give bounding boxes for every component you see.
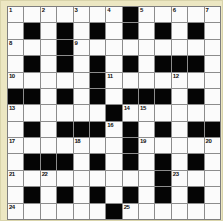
white-cell[interactable] bbox=[205, 105, 220, 120]
white-cell[interactable]: 18 bbox=[74, 138, 89, 153]
white-cell[interactable] bbox=[8, 56, 23, 71]
black-cell bbox=[188, 89, 203, 104]
white-cell[interactable]: 7 bbox=[205, 7, 220, 22]
black-cell bbox=[155, 23, 170, 38]
white-cell[interactable] bbox=[74, 89, 89, 104]
white-cell[interactable] bbox=[41, 40, 56, 55]
white-cell[interactable] bbox=[106, 138, 121, 153]
white-cell[interactable] bbox=[205, 23, 220, 38]
black-cell bbox=[205, 122, 220, 137]
clue-number: 4 bbox=[107, 7, 110, 14]
white-cell[interactable] bbox=[188, 204, 203, 219]
white-cell[interactable] bbox=[24, 105, 39, 120]
white-cell[interactable] bbox=[172, 23, 187, 38]
clue-number: 15 bbox=[140, 105, 146, 112]
clue-number: 22 bbox=[42, 171, 48, 178]
white-cell[interactable] bbox=[139, 187, 154, 202]
white-cell[interactable] bbox=[205, 40, 220, 55]
white-cell[interactable] bbox=[172, 187, 187, 202]
white-cell[interactable]: 25 bbox=[123, 204, 138, 219]
white-cell[interactable] bbox=[90, 138, 105, 153]
white-cell[interactable] bbox=[24, 73, 39, 88]
black-cell bbox=[41, 154, 56, 169]
clue-number: 17 bbox=[9, 138, 15, 145]
white-cell[interactable] bbox=[172, 89, 187, 104]
white-cell[interactable] bbox=[155, 105, 170, 120]
white-cell[interactable] bbox=[188, 105, 203, 120]
white-cell[interactable] bbox=[188, 40, 203, 55]
black-cell bbox=[123, 154, 138, 169]
white-cell[interactable] bbox=[172, 40, 187, 55]
white-cell[interactable] bbox=[205, 154, 220, 169]
black-cell bbox=[57, 89, 72, 104]
black-cell bbox=[90, 23, 105, 38]
black-cell bbox=[188, 23, 203, 38]
crossword-board: 1234567891011121314151617181920212223242… bbox=[7, 6, 221, 220]
white-cell[interactable] bbox=[24, 204, 39, 219]
clue-number: 24 bbox=[9, 204, 15, 211]
black-cell bbox=[74, 122, 89, 137]
black-cell bbox=[123, 187, 138, 202]
black-cell bbox=[139, 89, 154, 104]
white-cell[interactable]: 22 bbox=[41, 171, 56, 186]
white-cell[interactable] bbox=[41, 105, 56, 120]
white-cell[interactable]: 24 bbox=[8, 204, 23, 219]
white-cell[interactable]: 20 bbox=[205, 138, 220, 153]
white-cell[interactable] bbox=[172, 204, 187, 219]
white-cell[interactable]: 4 bbox=[106, 7, 121, 22]
white-cell[interactable] bbox=[123, 73, 138, 88]
white-cell[interactable] bbox=[24, 171, 39, 186]
clue-number: 5 bbox=[140, 7, 143, 14]
white-cell[interactable] bbox=[205, 56, 220, 71]
black-cell bbox=[123, 56, 138, 71]
white-cell[interactable] bbox=[74, 105, 89, 120]
white-cell[interactable] bbox=[155, 40, 170, 55]
white-cell[interactable] bbox=[188, 73, 203, 88]
white-cell[interactable] bbox=[205, 171, 220, 186]
white-cell[interactable] bbox=[106, 23, 121, 38]
white-cell[interactable] bbox=[172, 154, 187, 169]
clue-number: 25 bbox=[124, 204, 130, 211]
black-cell bbox=[123, 122, 138, 137]
white-cell[interactable] bbox=[106, 187, 121, 202]
black-cell bbox=[123, 89, 138, 104]
clue-number: 23 bbox=[173, 171, 179, 178]
black-cell bbox=[123, 138, 138, 153]
white-cell[interactable] bbox=[139, 204, 154, 219]
black-cell bbox=[123, 23, 138, 38]
white-cell[interactable] bbox=[57, 204, 72, 219]
black-cell bbox=[57, 122, 72, 137]
white-cell[interactable] bbox=[74, 56, 89, 71]
black-cell bbox=[24, 122, 39, 137]
black-cell bbox=[90, 73, 105, 88]
white-cell[interactable] bbox=[139, 73, 154, 88]
white-cell[interactable]: 10 bbox=[8, 73, 23, 88]
white-cell[interactable] bbox=[106, 154, 121, 169]
white-cell[interactable]: 14 bbox=[123, 105, 138, 120]
black-cell bbox=[155, 89, 170, 104]
white-cell[interactable]: 6 bbox=[172, 7, 187, 22]
white-cell[interactable] bbox=[155, 73, 170, 88]
white-cell[interactable] bbox=[41, 138, 56, 153]
clue-number: 16 bbox=[107, 122, 113, 129]
clue-number: 20 bbox=[206, 138, 212, 145]
white-cell[interactable] bbox=[106, 171, 121, 186]
white-cell[interactable] bbox=[139, 154, 154, 169]
white-cell[interactable] bbox=[24, 40, 39, 55]
black-cell bbox=[24, 154, 39, 169]
white-cell[interactable] bbox=[57, 171, 72, 186]
black-cell bbox=[155, 171, 170, 186]
white-cell[interactable] bbox=[24, 138, 39, 153]
white-cell[interactable] bbox=[8, 154, 23, 169]
white-cell[interactable] bbox=[139, 56, 154, 71]
white-cell[interactable] bbox=[188, 171, 203, 186]
white-cell[interactable] bbox=[172, 122, 187, 137]
white-cell[interactable] bbox=[57, 138, 72, 153]
clue-number: 9 bbox=[75, 40, 78, 47]
white-cell[interactable] bbox=[57, 73, 72, 88]
white-cell[interactable] bbox=[57, 105, 72, 120]
clue-number: 2 bbox=[42, 7, 45, 14]
white-cell[interactable] bbox=[74, 187, 89, 202]
white-cell[interactable] bbox=[139, 40, 154, 55]
white-cell[interactable] bbox=[139, 23, 154, 38]
white-cell[interactable] bbox=[139, 171, 154, 186]
white-cell[interactable]: 2 bbox=[41, 7, 56, 22]
clue-number: 10 bbox=[9, 73, 15, 80]
black-cell bbox=[155, 56, 170, 71]
white-cell[interactable] bbox=[106, 89, 121, 104]
clue-number: 14 bbox=[124, 105, 130, 112]
black-cell bbox=[90, 122, 105, 137]
white-cell[interactable]: 16 bbox=[106, 122, 121, 137]
white-cell[interactable] bbox=[155, 204, 170, 219]
black-cell bbox=[123, 7, 138, 22]
white-cell[interactable] bbox=[205, 73, 220, 88]
white-cell[interactable]: 11 bbox=[106, 73, 121, 88]
black-cell bbox=[8, 89, 23, 104]
black-cell bbox=[188, 56, 203, 71]
white-cell[interactable] bbox=[8, 122, 23, 137]
white-cell[interactable]: 3 bbox=[74, 7, 89, 22]
clue-number: 21 bbox=[9, 171, 15, 178]
white-cell[interactable] bbox=[41, 187, 56, 202]
black-cell bbox=[24, 56, 39, 71]
black-cell bbox=[188, 154, 203, 169]
white-cell[interactable] bbox=[106, 56, 121, 71]
white-cell[interactable] bbox=[172, 138, 187, 153]
clue-number: 3 bbox=[75, 7, 78, 14]
black-cell bbox=[155, 187, 170, 202]
white-cell[interactable] bbox=[205, 204, 220, 219]
black-cell bbox=[188, 187, 203, 202]
white-cell[interactable] bbox=[41, 89, 56, 104]
clue-number: 12 bbox=[173, 73, 179, 80]
black-cell bbox=[155, 122, 170, 137]
white-cell[interactable]: 17 bbox=[8, 138, 23, 153]
white-cell[interactable]: 19 bbox=[139, 138, 154, 153]
white-cell[interactable] bbox=[74, 171, 89, 186]
white-cell[interactable]: 13 bbox=[8, 105, 23, 120]
white-cell[interactable] bbox=[8, 187, 23, 202]
black-cell bbox=[106, 204, 121, 219]
clue-number: 6 bbox=[173, 7, 176, 14]
black-cell bbox=[90, 187, 105, 202]
white-cell[interactable] bbox=[41, 23, 56, 38]
white-cell[interactable] bbox=[90, 171, 105, 186]
white-cell[interactable]: 9 bbox=[74, 40, 89, 55]
black-cell bbox=[106, 105, 121, 120]
white-cell[interactable] bbox=[188, 138, 203, 153]
white-cell[interactable] bbox=[74, 23, 89, 38]
white-cell[interactable] bbox=[90, 40, 105, 55]
white-cell[interactable]: 1 bbox=[8, 7, 23, 22]
black-cell bbox=[57, 56, 72, 71]
white-cell[interactable] bbox=[74, 204, 89, 219]
white-cell[interactable] bbox=[106, 40, 121, 55]
clue-number: 1 bbox=[9, 7, 12, 14]
black-cell bbox=[90, 154, 105, 169]
white-cell[interactable] bbox=[41, 204, 56, 219]
black-cell bbox=[90, 56, 105, 71]
white-cell[interactable] bbox=[123, 40, 138, 55]
white-cell[interactable] bbox=[139, 122, 154, 137]
white-cell[interactable]: 23 bbox=[172, 171, 187, 186]
white-cell[interactable] bbox=[41, 122, 56, 137]
white-cell[interactable] bbox=[24, 7, 39, 22]
white-cell[interactable]: 15 bbox=[139, 105, 154, 120]
white-cell[interactable] bbox=[74, 154, 89, 169]
white-cell[interactable] bbox=[205, 187, 220, 202]
black-cell bbox=[24, 187, 39, 202]
white-cell[interactable] bbox=[123, 171, 138, 186]
white-cell[interactable] bbox=[57, 7, 72, 22]
white-cell[interactable] bbox=[90, 204, 105, 219]
black-cell bbox=[57, 40, 72, 55]
clue-number: 13 bbox=[9, 105, 15, 112]
clue-number: 11 bbox=[107, 73, 112, 80]
white-cell[interactable] bbox=[90, 105, 105, 120]
white-cell[interactable] bbox=[8, 23, 23, 38]
white-cell[interactable] bbox=[90, 7, 105, 22]
white-cell[interactable] bbox=[41, 73, 56, 88]
white-cell[interactable] bbox=[155, 138, 170, 153]
clue-number: 18 bbox=[75, 138, 81, 145]
clue-number: 19 bbox=[140, 138, 146, 145]
black-cell bbox=[57, 187, 72, 202]
white-cell[interactable]: 5 bbox=[139, 7, 154, 22]
black-cell bbox=[24, 23, 39, 38]
black-cell bbox=[188, 122, 203, 137]
white-cell[interactable]: 12 bbox=[172, 73, 187, 88]
white-cell[interactable] bbox=[74, 73, 89, 88]
white-cell[interactable] bbox=[188, 7, 203, 22]
black-cell bbox=[155, 154, 170, 169]
black-cell bbox=[172, 56, 187, 71]
black-cell bbox=[57, 23, 72, 38]
black-cell bbox=[57, 154, 72, 169]
white-cell[interactable]: 8 bbox=[8, 40, 23, 55]
white-cell[interactable]: 21 bbox=[8, 171, 23, 186]
white-cell[interactable] bbox=[155, 7, 170, 22]
black-cell bbox=[24, 89, 39, 104]
white-cell[interactable] bbox=[205, 89, 220, 104]
white-cell[interactable] bbox=[41, 56, 56, 71]
clue-number: 8 bbox=[9, 40, 12, 47]
clue-number: 7 bbox=[206, 7, 209, 14]
white-cell[interactable] bbox=[172, 105, 187, 120]
black-cell bbox=[90, 89, 105, 104]
